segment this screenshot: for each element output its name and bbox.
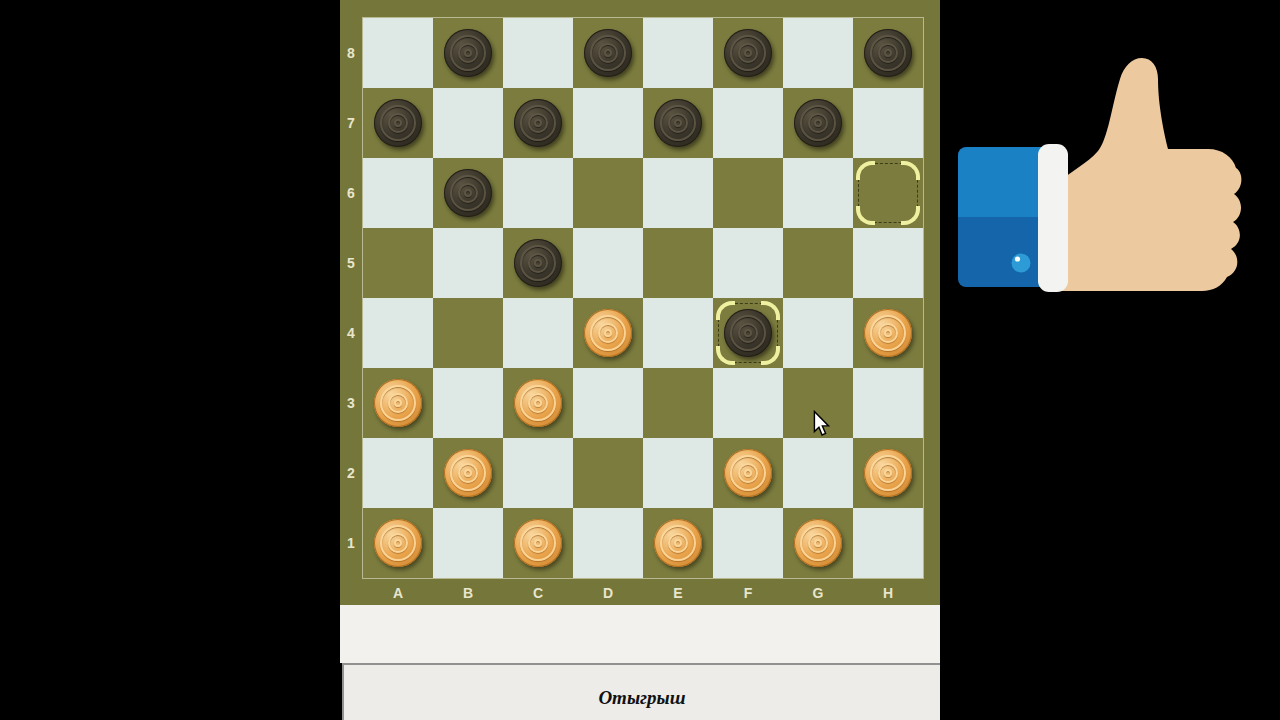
square-h6[interactable] [853,158,923,228]
square-f6[interactable] [713,158,783,228]
playback-toolbar: СТАРТ [340,605,940,663]
thumbs-up-icon [950,45,1245,300]
file-label-F: F [713,583,783,603]
file-label-B: B [433,583,503,603]
black-man-h8[interactable] [864,29,912,77]
checkers-app-window: 87654321 ABCDEFGH СТАРТ Отыгрыш [340,0,940,720]
white-man-c3[interactable] [514,379,562,427]
square-b2[interactable] [433,438,503,508]
screen: 87654321 ABCDEFGH СТАРТ Отыгрыш [0,0,1280,720]
square-a5[interactable] [363,228,433,298]
square-f4[interactable] [713,298,783,368]
square-c3[interactable] [503,368,573,438]
status-text: Отыгрыш [344,687,940,709]
square-a1[interactable] [363,508,433,578]
square-a6[interactable] [363,158,433,228]
file-label-E: E [643,583,713,603]
file-label-D: D [573,583,643,603]
file-label-C: C [503,583,573,603]
mouse-cursor [813,410,830,437]
square-a8[interactable] [363,18,433,88]
square-c1[interactable] [503,508,573,578]
square-f8[interactable] [713,18,783,88]
rank-label-5: 5 [342,228,360,298]
square-h5[interactable] [853,228,923,298]
square-b1[interactable] [433,508,503,578]
square-g2[interactable] [783,438,853,508]
white-man-f2[interactable] [724,449,772,497]
white-man-e1[interactable] [654,519,702,567]
square-a7[interactable] [363,88,433,158]
square-d8[interactable] [573,18,643,88]
square-e6[interactable] [643,158,713,228]
white-man-d4[interactable] [584,309,632,357]
file-label-H: H [853,583,923,603]
square-c7[interactable] [503,88,573,158]
square-a4[interactable] [363,298,433,368]
black-man-c7[interactable] [514,99,562,147]
square-g6[interactable] [783,158,853,228]
square-h8[interactable] [853,18,923,88]
square-h4[interactable] [853,298,923,368]
black-man-f8[interactable] [724,29,772,77]
square-c5[interactable] [503,228,573,298]
square-h2[interactable] [853,438,923,508]
rank-labels: 87654321 [342,18,360,578]
square-c6[interactable] [503,158,573,228]
white-man-b2[interactable] [444,449,492,497]
square-b4[interactable] [433,298,503,368]
square-d1[interactable] [573,508,643,578]
status-panel: Отыгрыш [342,663,940,720]
file-label-A: A [363,583,433,603]
file-label-G: G [783,583,853,603]
square-d4[interactable] [573,298,643,368]
black-man-b8[interactable] [444,29,492,77]
black-man-d8[interactable] [584,29,632,77]
white-man-c1[interactable] [514,519,562,567]
rank-label-6: 6 [342,158,360,228]
square-b8[interactable] [433,18,503,88]
black-man-e7[interactable] [654,99,702,147]
square-f2[interactable] [713,438,783,508]
square-a3[interactable] [363,368,433,438]
square-c4[interactable] [503,298,573,368]
square-e5[interactable] [643,228,713,298]
file-labels: ABCDEFGH [363,583,923,603]
black-man-c5[interactable] [514,239,562,287]
board-frame: 87654321 ABCDEFGH [340,0,940,605]
square-e7[interactable] [643,88,713,158]
square-b3[interactable] [433,368,503,438]
white-man-h2[interactable] [864,449,912,497]
square-f1[interactable] [713,508,783,578]
square-f3[interactable] [713,368,783,438]
square-e4[interactable] [643,298,713,368]
white-man-a3[interactable] [374,379,422,427]
square-c8[interactable] [503,18,573,88]
rank-label-4: 4 [342,298,360,368]
square-a2[interactable] [363,438,433,508]
move-highlight [856,161,920,225]
square-e1[interactable] [643,508,713,578]
thumb-cuff [1038,144,1068,292]
rank-label-7: 7 [342,88,360,158]
square-g4[interactable] [783,298,853,368]
rank-label-1: 1 [342,508,360,578]
white-man-g1[interactable] [794,519,842,567]
square-b6[interactable] [433,158,503,228]
square-d2[interactable] [573,438,643,508]
square-d5[interactable] [573,228,643,298]
square-d6[interactable] [573,158,643,228]
black-man-a7[interactable] [374,99,422,147]
square-g1[interactable] [783,508,853,578]
square-g8[interactable] [783,18,853,88]
square-f7[interactable] [713,88,783,158]
square-c2[interactable] [503,438,573,508]
square-h3[interactable] [853,368,923,438]
square-f5[interactable] [713,228,783,298]
white-man-h4[interactable] [864,309,912,357]
square-h1[interactable] [853,508,923,578]
rank-label-3: 3 [342,368,360,438]
square-e8[interactable] [643,18,713,88]
square-g5[interactable] [783,228,853,298]
square-h7[interactable] [853,88,923,158]
square-e2[interactable] [643,438,713,508]
black-man-f4[interactable] [724,309,772,357]
thumb-hand [1058,58,1241,291]
square-d3[interactable] [573,368,643,438]
square-d7[interactable] [573,88,643,158]
square-g7[interactable] [783,88,853,158]
board[interactable] [363,18,923,578]
rank-label-2: 2 [342,438,360,508]
rank-label-8: 8 [342,18,360,88]
black-man-b6[interactable] [444,169,492,217]
sleeve-button [1012,254,1031,273]
black-man-g7[interactable] [794,99,842,147]
white-man-a1[interactable] [374,519,422,567]
square-b7[interactable] [433,88,503,158]
square-e3[interactable] [643,368,713,438]
square-b5[interactable] [433,228,503,298]
